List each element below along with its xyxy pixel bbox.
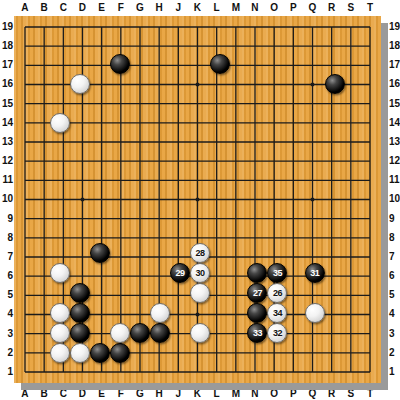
row-label: 11 <box>389 175 400 185</box>
row-label: 17 <box>2 60 13 70</box>
stone-black-E7 <box>90 243 110 263</box>
row-label: 8 <box>7 233 13 243</box>
stone-black-L17 <box>210 54 230 74</box>
row-label: 3 <box>389 329 395 339</box>
row-label: 9 <box>7 214 13 224</box>
stone-white-D16 <box>70 74 90 94</box>
row-label: 8 <box>389 233 395 243</box>
row-label: 7 <box>389 252 395 262</box>
row-label: 16 <box>2 79 13 89</box>
column-label: F <box>118 3 124 13</box>
board-grid[interactable]: 29353127332830263432 <box>15 17 379 381</box>
column-label: P <box>290 389 297 399</box>
stone-white-K3 <box>190 323 210 343</box>
column-label: N <box>251 3 258 13</box>
row-label: 12 <box>389 156 400 166</box>
column-label: B <box>41 389 48 399</box>
row-label: 15 <box>389 99 400 109</box>
stone-black-J6: 29 <box>170 263 190 283</box>
stone-black-F2 <box>110 343 130 363</box>
row-label: 5 <box>389 290 395 300</box>
stone-white-K5 <box>190 283 210 303</box>
column-label: T <box>367 389 373 399</box>
column-label: E <box>98 3 105 13</box>
row-label: 13 <box>2 137 13 147</box>
column-label: O <box>270 389 278 399</box>
stone-black-F17 <box>110 54 130 74</box>
row-label: 2 <box>389 348 395 358</box>
stone-white-K6: 30 <box>190 263 210 283</box>
row-label: 19 <box>2 22 13 32</box>
row-label: 6 <box>389 271 395 281</box>
column-label: M <box>232 3 240 13</box>
column-label: E <box>98 389 105 399</box>
stone-black-D3 <box>70 323 90 343</box>
column-label: H <box>156 389 163 399</box>
stone-black-D4 <box>70 303 90 323</box>
stone-white-Q4 <box>305 303 325 323</box>
row-label: 11 <box>2 175 13 185</box>
stone-white-C3 <box>50 323 70 343</box>
stone-black-H3 <box>150 323 170 343</box>
row-label: 9 <box>389 214 395 224</box>
row-label: 14 <box>389 118 400 128</box>
column-label: J <box>176 3 182 13</box>
stone-white-O5: 26 <box>267 283 287 303</box>
row-label: 1 <box>389 367 395 377</box>
move-number-label: 30 <box>196 269 205 278</box>
row-label: 13 <box>389 137 400 147</box>
column-label: T <box>367 3 373 13</box>
move-number-label: 32 <box>273 329 282 338</box>
column-label: C <box>60 389 67 399</box>
stone-white-O4: 34 <box>267 303 287 323</box>
stone-black-R16 <box>325 74 345 94</box>
row-label: 4 <box>389 309 395 319</box>
stone-white-K7: 28 <box>190 243 210 263</box>
row-label: 2 <box>7 348 13 358</box>
column-label: Q <box>309 3 317 13</box>
move-number-label: 29 <box>176 269 185 278</box>
stone-white-C6 <box>50 263 70 283</box>
stone-black-G3 <box>130 323 150 343</box>
stone-white-F3 <box>110 323 130 343</box>
column-label: R <box>328 389 335 399</box>
column-label: R <box>328 3 335 13</box>
column-label: M <box>232 389 240 399</box>
stone-black-D5 <box>70 283 90 303</box>
row-label: 15 <box>2 99 13 109</box>
stone-black-E2 <box>90 343 110 363</box>
row-label: 16 <box>389 79 400 89</box>
stone-white-O3: 32 <box>267 323 287 343</box>
move-number-label: 35 <box>273 269 282 278</box>
row-label: 19 <box>389 22 400 32</box>
column-label: C <box>60 3 67 13</box>
stone-black-N5: 27 <box>247 283 267 303</box>
move-number-label: 26 <box>273 289 282 298</box>
move-number-label: 27 <box>253 289 262 298</box>
row-label: 5 <box>7 290 13 300</box>
row-label: 3 <box>7 329 13 339</box>
column-label: O <box>270 3 278 13</box>
move-number-label: 28 <box>196 249 205 258</box>
row-label: 7 <box>7 252 13 262</box>
stone-white-H4 <box>150 303 170 323</box>
column-label: B <box>41 3 48 13</box>
column-label: D <box>79 389 86 399</box>
stone-black-Q6: 31 <box>305 263 325 283</box>
column-label: F <box>118 389 124 399</box>
row-label: 4 <box>7 309 13 319</box>
stone-black-N3: 33 <box>247 323 267 343</box>
column-label: A <box>21 3 28 13</box>
move-number-label: 31 <box>310 269 319 278</box>
column-label: J <box>176 389 182 399</box>
row-labels-left: 19181716151413121110987654321 <box>0 17 13 381</box>
column-label: S <box>347 389 354 399</box>
stone-black-N6 <box>247 263 267 283</box>
row-label: 17 <box>389 60 400 70</box>
row-label: 18 <box>389 41 400 51</box>
row-label: 12 <box>2 156 13 166</box>
column-label: S <box>347 3 354 13</box>
column-label: Q <box>309 389 317 399</box>
stone-white-C2 <box>50 343 70 363</box>
column-label: P <box>290 3 297 13</box>
stone-white-C4 <box>50 303 70 323</box>
column-labels-bottom: ABCDEFGHJKLMNOPQRST <box>15 387 379 400</box>
column-label: H <box>156 3 163 13</box>
column-label: L <box>214 3 220 13</box>
stone-black-N4 <box>247 303 267 323</box>
go-board-screen: ABCDEFGHJKLMNOPQRST ABCDEFGHJKLMNOPQRST … <box>0 0 400 400</box>
goban: 29353127332830263432 <box>14 16 381 383</box>
stone-white-C14 <box>50 113 70 133</box>
column-label: L <box>214 389 220 399</box>
move-number-label: 33 <box>253 329 262 338</box>
row-label: 10 <box>2 194 13 204</box>
column-label: K <box>194 389 201 399</box>
row-label: 6 <box>7 271 13 281</box>
row-label: 1 <box>7 367 13 377</box>
column-labels-top: ABCDEFGHJKLMNOPQRST <box>15 0 379 16</box>
stone-black-O6: 35 <box>267 263 287 283</box>
row-label: 14 <box>2 118 13 128</box>
stone-white-D2 <box>70 343 90 363</box>
column-label: G <box>136 3 144 13</box>
column-label: G <box>136 389 144 399</box>
move-number-label: 34 <box>273 309 282 318</box>
column-label: A <box>21 389 28 399</box>
column-label: D <box>79 3 86 13</box>
column-label: N <box>251 389 258 399</box>
column-label: K <box>194 3 201 13</box>
row-labels-right: 19181716151413121110987654321 <box>389 17 400 381</box>
row-label: 10 <box>389 194 400 204</box>
row-label: 18 <box>2 41 13 51</box>
